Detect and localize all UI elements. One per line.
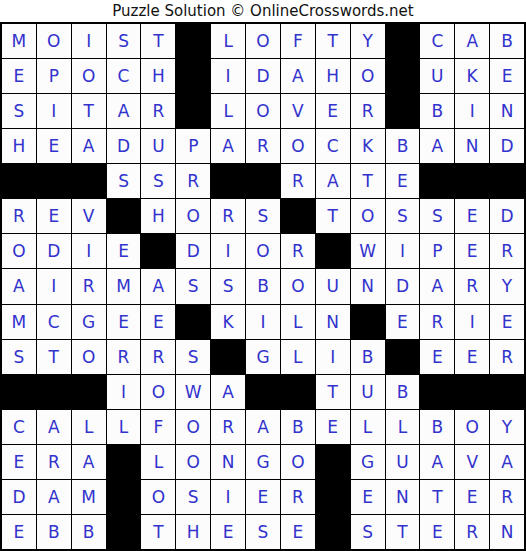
letter-cell: S xyxy=(351,515,385,549)
letter-cell: L xyxy=(211,24,245,58)
letter-cell: R xyxy=(246,129,280,163)
block-cell xyxy=(176,59,210,93)
letter-cell: A xyxy=(211,129,245,163)
block-cell xyxy=(455,164,489,198)
letter-cell: A xyxy=(37,410,71,444)
letter-cell: D xyxy=(490,129,524,163)
letter-cell: O xyxy=(176,445,210,479)
block-cell xyxy=(420,375,454,409)
letter-cell: W xyxy=(351,234,385,268)
letter-cell: I xyxy=(316,340,350,374)
letter-cell: P xyxy=(420,234,454,268)
letter-cell: R xyxy=(281,480,315,514)
letter-cell: B xyxy=(246,269,280,303)
letter-cell: R xyxy=(141,94,175,128)
letter-cell: G xyxy=(246,445,280,479)
block-cell xyxy=(107,199,141,233)
letter-cell: C xyxy=(2,410,36,444)
letter-cell: O xyxy=(351,59,385,93)
letter-cell: S xyxy=(107,164,141,198)
block-cell xyxy=(316,515,350,549)
block-cell xyxy=(386,24,420,58)
block-cell xyxy=(211,164,245,198)
block-cell xyxy=(107,445,141,479)
letter-cell: U xyxy=(316,269,350,303)
letter-cell: R xyxy=(281,164,315,198)
letter-cell: N xyxy=(455,129,489,163)
letter-cell: M xyxy=(107,269,141,303)
letter-cell: I xyxy=(107,375,141,409)
letter-cell: O xyxy=(2,234,36,268)
letter-cell: I xyxy=(72,24,106,58)
letter-cell: M xyxy=(2,24,36,58)
letter-cell: T xyxy=(316,199,350,233)
letter-cell: N xyxy=(316,305,350,339)
letter-cell: P xyxy=(37,59,71,93)
letter-cell: D xyxy=(176,234,210,268)
block-cell xyxy=(281,199,315,233)
letter-cell: A xyxy=(420,269,454,303)
letter-cell: B xyxy=(386,375,420,409)
letter-cell: I xyxy=(455,305,489,339)
letter-cell: A xyxy=(211,375,245,409)
block-cell xyxy=(2,375,36,409)
letter-cell: E xyxy=(2,59,36,93)
letter-cell: T xyxy=(72,94,106,128)
letter-cell: N xyxy=(490,94,524,128)
letter-cell: S xyxy=(141,164,175,198)
letter-cell: E xyxy=(490,305,524,339)
letter-cell: E xyxy=(2,445,36,479)
letter-cell: I xyxy=(455,94,489,128)
block-cell xyxy=(420,164,454,198)
letter-cell: R xyxy=(2,199,36,233)
letter-cell: U xyxy=(386,445,420,479)
letter-cell: E xyxy=(455,340,489,374)
letter-cell: G xyxy=(351,445,385,479)
block-cell xyxy=(490,375,524,409)
letter-cell: O xyxy=(351,199,385,233)
letter-cell: A xyxy=(72,129,106,163)
letter-cell: E xyxy=(490,59,524,93)
letter-cell: S xyxy=(246,199,280,233)
letter-cell: R xyxy=(141,340,175,374)
letter-cell: R xyxy=(490,340,524,374)
letter-cell: E xyxy=(37,129,71,163)
letter-cell: R xyxy=(176,164,210,198)
page-title: Puzzle Solution © OnlineCrosswords.net xyxy=(0,1,526,21)
letter-cell: E xyxy=(246,480,280,514)
letter-cell: H xyxy=(316,59,350,93)
block-cell xyxy=(386,94,420,128)
letter-cell: D xyxy=(37,234,71,268)
letter-cell: E xyxy=(316,410,350,444)
letter-cell: B xyxy=(420,410,454,444)
letter-cell: E xyxy=(420,515,454,549)
letter-cell: I xyxy=(246,305,280,339)
block-cell xyxy=(176,94,210,128)
letter-cell: G xyxy=(246,340,280,374)
letter-cell: L xyxy=(107,410,141,444)
letter-cell: I xyxy=(211,59,245,93)
letter-cell: E xyxy=(2,515,36,549)
letter-cell: Y xyxy=(490,410,524,444)
letter-cell: E xyxy=(455,234,489,268)
letter-cell: T xyxy=(420,480,454,514)
letter-cell: P xyxy=(176,129,210,163)
letter-cell: T xyxy=(386,515,420,549)
letter-cell: C xyxy=(316,129,350,163)
letter-cell: N xyxy=(211,445,245,479)
letter-cell: K xyxy=(351,129,385,163)
letter-cell: O xyxy=(281,445,315,479)
letter-cell: E xyxy=(107,234,141,268)
block-cell xyxy=(316,480,350,514)
letter-cell: A xyxy=(490,445,524,479)
block-cell xyxy=(316,445,350,479)
block-cell xyxy=(107,515,141,549)
block-cell xyxy=(37,375,71,409)
letter-cell: R xyxy=(37,445,71,479)
letter-cell: D xyxy=(2,480,36,514)
letter-cell: I xyxy=(37,94,71,128)
letter-cell: N xyxy=(490,515,524,549)
letter-cell: E xyxy=(316,94,350,128)
letter-cell: I xyxy=(211,480,245,514)
letter-cell: D xyxy=(107,129,141,163)
letter-cell: B xyxy=(420,94,454,128)
block-cell xyxy=(141,234,175,268)
block-cell xyxy=(490,164,524,198)
letter-cell: O xyxy=(246,24,280,58)
letter-cell: M xyxy=(2,305,36,339)
letter-cell: E xyxy=(420,340,454,374)
block-cell xyxy=(72,164,106,198)
letter-cell: E xyxy=(386,305,420,339)
letter-cell: T xyxy=(141,24,175,58)
letter-cell: R xyxy=(211,199,245,233)
letter-cell: A xyxy=(316,164,350,198)
letter-cell: L xyxy=(351,410,385,444)
letter-cell: N xyxy=(386,480,420,514)
block-cell xyxy=(386,59,420,93)
letter-cell: I xyxy=(72,234,106,268)
letter-cell: O xyxy=(176,199,210,233)
block-cell xyxy=(455,375,489,409)
block-cell xyxy=(246,375,280,409)
letter-cell: C xyxy=(37,305,71,339)
letter-cell: E xyxy=(141,305,175,339)
letter-cell: T xyxy=(316,24,350,58)
letter-cell: R xyxy=(455,515,489,549)
letter-cell: B xyxy=(351,340,385,374)
page: Puzzle Solution © OnlineCrosswords.net M… xyxy=(0,0,526,551)
letter-cell: L xyxy=(211,94,245,128)
letter-cell: R xyxy=(351,94,385,128)
letter-cell: L xyxy=(72,410,106,444)
block-cell xyxy=(37,164,71,198)
letter-cell: L xyxy=(141,445,175,479)
letter-cell: N xyxy=(351,269,385,303)
letter-cell: O xyxy=(37,24,71,58)
letter-cell: V xyxy=(455,445,489,479)
letter-cell: R xyxy=(490,234,524,268)
letter-cell: S xyxy=(176,340,210,374)
letter-cell: S xyxy=(176,480,210,514)
letter-cell: A xyxy=(281,59,315,93)
block-cell xyxy=(351,305,385,339)
letter-cell: A xyxy=(37,480,71,514)
letter-cell: C xyxy=(107,59,141,93)
letter-cell: C xyxy=(420,24,454,58)
letter-cell: E xyxy=(351,480,385,514)
letter-cell: T xyxy=(141,515,175,549)
letter-cell: A xyxy=(455,24,489,58)
letter-cell: B xyxy=(37,515,71,549)
letter-cell: B xyxy=(490,24,524,58)
letter-cell: H xyxy=(2,129,36,163)
letter-cell: V xyxy=(72,199,106,233)
letter-cell: L xyxy=(386,410,420,444)
letter-cell: I xyxy=(37,269,71,303)
letter-cell: A xyxy=(246,410,280,444)
letter-cell: K xyxy=(455,59,489,93)
letter-cell: O xyxy=(72,59,106,93)
crossword-grid: MOISTLOFTYCABEPOCHIDAHOUKESITARLOVERBINH… xyxy=(0,22,526,551)
letter-cell: A xyxy=(107,94,141,128)
letter-cell: T xyxy=(351,164,385,198)
letter-cell: E xyxy=(455,199,489,233)
letter-cell: A xyxy=(420,445,454,479)
letter-cell: O xyxy=(281,269,315,303)
letter-cell: L xyxy=(281,340,315,374)
letter-cell: B xyxy=(72,515,106,549)
letter-cell: E xyxy=(455,480,489,514)
letter-cell: O xyxy=(246,94,280,128)
letter-cell: D xyxy=(386,269,420,303)
letter-cell: V xyxy=(281,94,315,128)
letter-cell: A xyxy=(141,269,175,303)
letter-cell: A xyxy=(420,129,454,163)
letter-cell: S xyxy=(211,269,245,303)
letter-cell: S xyxy=(420,199,454,233)
letter-cell: E xyxy=(211,515,245,549)
block-cell xyxy=(281,375,315,409)
letter-cell: W xyxy=(176,375,210,409)
letter-cell: U xyxy=(141,129,175,163)
letter-cell: S xyxy=(246,515,280,549)
letter-cell: S xyxy=(107,24,141,58)
letter-cell: E xyxy=(281,515,315,549)
letter-cell: R xyxy=(72,269,106,303)
letter-cell: F xyxy=(281,24,315,58)
letter-cell: O xyxy=(455,410,489,444)
letter-cell: E xyxy=(107,305,141,339)
letter-cell: G xyxy=(72,305,106,339)
letter-cell: H xyxy=(141,59,175,93)
letter-cell: O xyxy=(281,129,315,163)
letter-cell: R xyxy=(420,305,454,339)
letter-cell: R xyxy=(490,480,524,514)
letter-cell: H xyxy=(141,199,175,233)
letter-cell: O xyxy=(246,234,280,268)
letter-cell: R xyxy=(211,410,245,444)
letter-cell: O xyxy=(72,340,106,374)
letter-cell: Y xyxy=(351,24,385,58)
letter-cell: R xyxy=(281,234,315,268)
letter-cell: T xyxy=(316,375,350,409)
letter-cell: F xyxy=(141,410,175,444)
letter-cell: D xyxy=(246,59,280,93)
letter-cell: D xyxy=(490,199,524,233)
letter-cell: S xyxy=(2,94,36,128)
letter-cell: B xyxy=(386,129,420,163)
letter-cell: U xyxy=(420,59,454,93)
letter-cell: S xyxy=(386,199,420,233)
letter-cell: Y xyxy=(490,269,524,303)
letter-cell: I xyxy=(211,234,245,268)
letter-cell: E xyxy=(37,199,71,233)
letter-cell: O xyxy=(176,410,210,444)
block-cell xyxy=(246,164,280,198)
block-cell xyxy=(176,305,210,339)
block-cell xyxy=(176,24,210,58)
block-cell xyxy=(316,234,350,268)
letter-cell: A xyxy=(72,445,106,479)
letter-cell: S xyxy=(2,340,36,374)
letter-cell: S xyxy=(176,269,210,303)
letter-cell: B xyxy=(281,410,315,444)
block-cell xyxy=(2,164,36,198)
letter-cell: I xyxy=(386,234,420,268)
block-cell xyxy=(211,340,245,374)
letter-cell: O xyxy=(141,480,175,514)
block-cell xyxy=(107,480,141,514)
letter-cell: A xyxy=(2,269,36,303)
letter-cell: R xyxy=(107,340,141,374)
letter-cell: H xyxy=(176,515,210,549)
block-cell xyxy=(386,340,420,374)
block-cell xyxy=(72,375,106,409)
letter-cell: U xyxy=(351,375,385,409)
letter-cell: M xyxy=(72,480,106,514)
letter-cell: K xyxy=(211,305,245,339)
letter-cell: L xyxy=(281,305,315,339)
letter-cell: R xyxy=(455,269,489,303)
letter-cell: E xyxy=(386,164,420,198)
letter-cell: T xyxy=(37,340,71,374)
letter-cell: O xyxy=(141,375,175,409)
